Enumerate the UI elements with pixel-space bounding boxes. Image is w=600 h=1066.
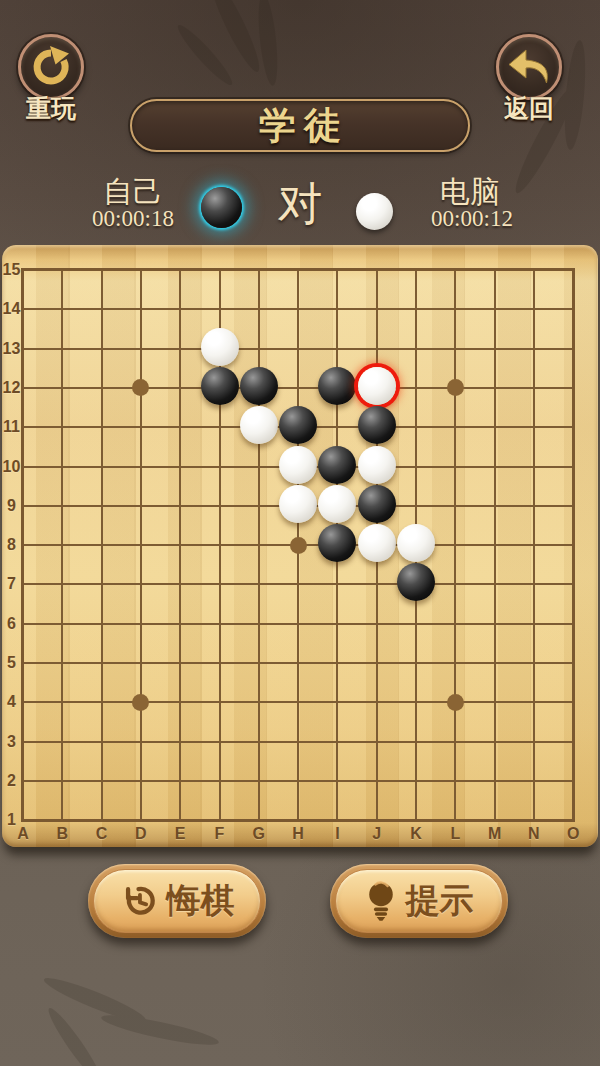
stone-white-H10 <box>279 446 317 484</box>
replay-icon <box>30 46 72 88</box>
stone-white-J10 <box>358 446 396 484</box>
vs-label: 对 <box>268 174 332 234</box>
replay-button-circle <box>18 34 84 100</box>
stone-white-F13 <box>201 328 239 366</box>
players-row: 自己 00:00:18 对 电脑 00:00:12 <box>0 170 600 242</box>
stone-black-J11 <box>358 406 396 444</box>
lightbulb-icon <box>365 881 397 921</box>
hint-button[interactable]: 提示 <box>330 864 508 938</box>
player-self-timer: 00:00:18 <box>53 206 213 232</box>
stone-black-G12 <box>240 367 278 405</box>
stone-black-F12 <box>201 367 239 405</box>
undo-button[interactable]: 悔棋 <box>88 864 266 938</box>
replay-button-label: 重玩 <box>8 92 94 125</box>
player-self-stone-indicator <box>201 187 242 228</box>
undo-button-label: 悔棋 <box>167 878 235 924</box>
back-arrow-icon <box>506 47 552 87</box>
board-grid[interactable] <box>5 252 591 838</box>
stone-white-H9 <box>279 485 317 523</box>
stone-black-J9 <box>358 485 396 523</box>
stone-white-K8 <box>397 524 435 562</box>
back-button-circle <box>496 34 562 100</box>
hint-button-label: 提示 <box>406 878 474 924</box>
stone-white-J12 <box>358 367 396 405</box>
board-panel: 151413121110987654321ABCDEFGHIJKLMNO <box>2 245 598 847</box>
level-banner: 学徒 <box>130 99 470 152</box>
undo-button-face: 悔棋 <box>93 869 261 933</box>
back-button[interactable]: 返回 <box>492 30 588 130</box>
stone-white-J8 <box>358 524 396 562</box>
stone-white-G11 <box>240 406 278 444</box>
player-computer-stone-indicator <box>356 193 393 230</box>
hint-button-face: 提示 <box>335 869 503 933</box>
replay-button[interactable]: 重玩 <box>14 30 110 130</box>
gomoku-game-screen: 重玩 学徒 返回 自己 00:00:18 对 电脑 00:00:12 15141… <box>0 0 600 1066</box>
back-button-label: 返回 <box>486 92 572 125</box>
stone-black-I10 <box>318 446 356 484</box>
undo-clock-icon <box>120 882 158 920</box>
player-computer-timer: 00:00:12 <box>392 206 552 232</box>
level-title: 学徒 <box>251 101 349 151</box>
stone-white-I9 <box>318 485 356 523</box>
